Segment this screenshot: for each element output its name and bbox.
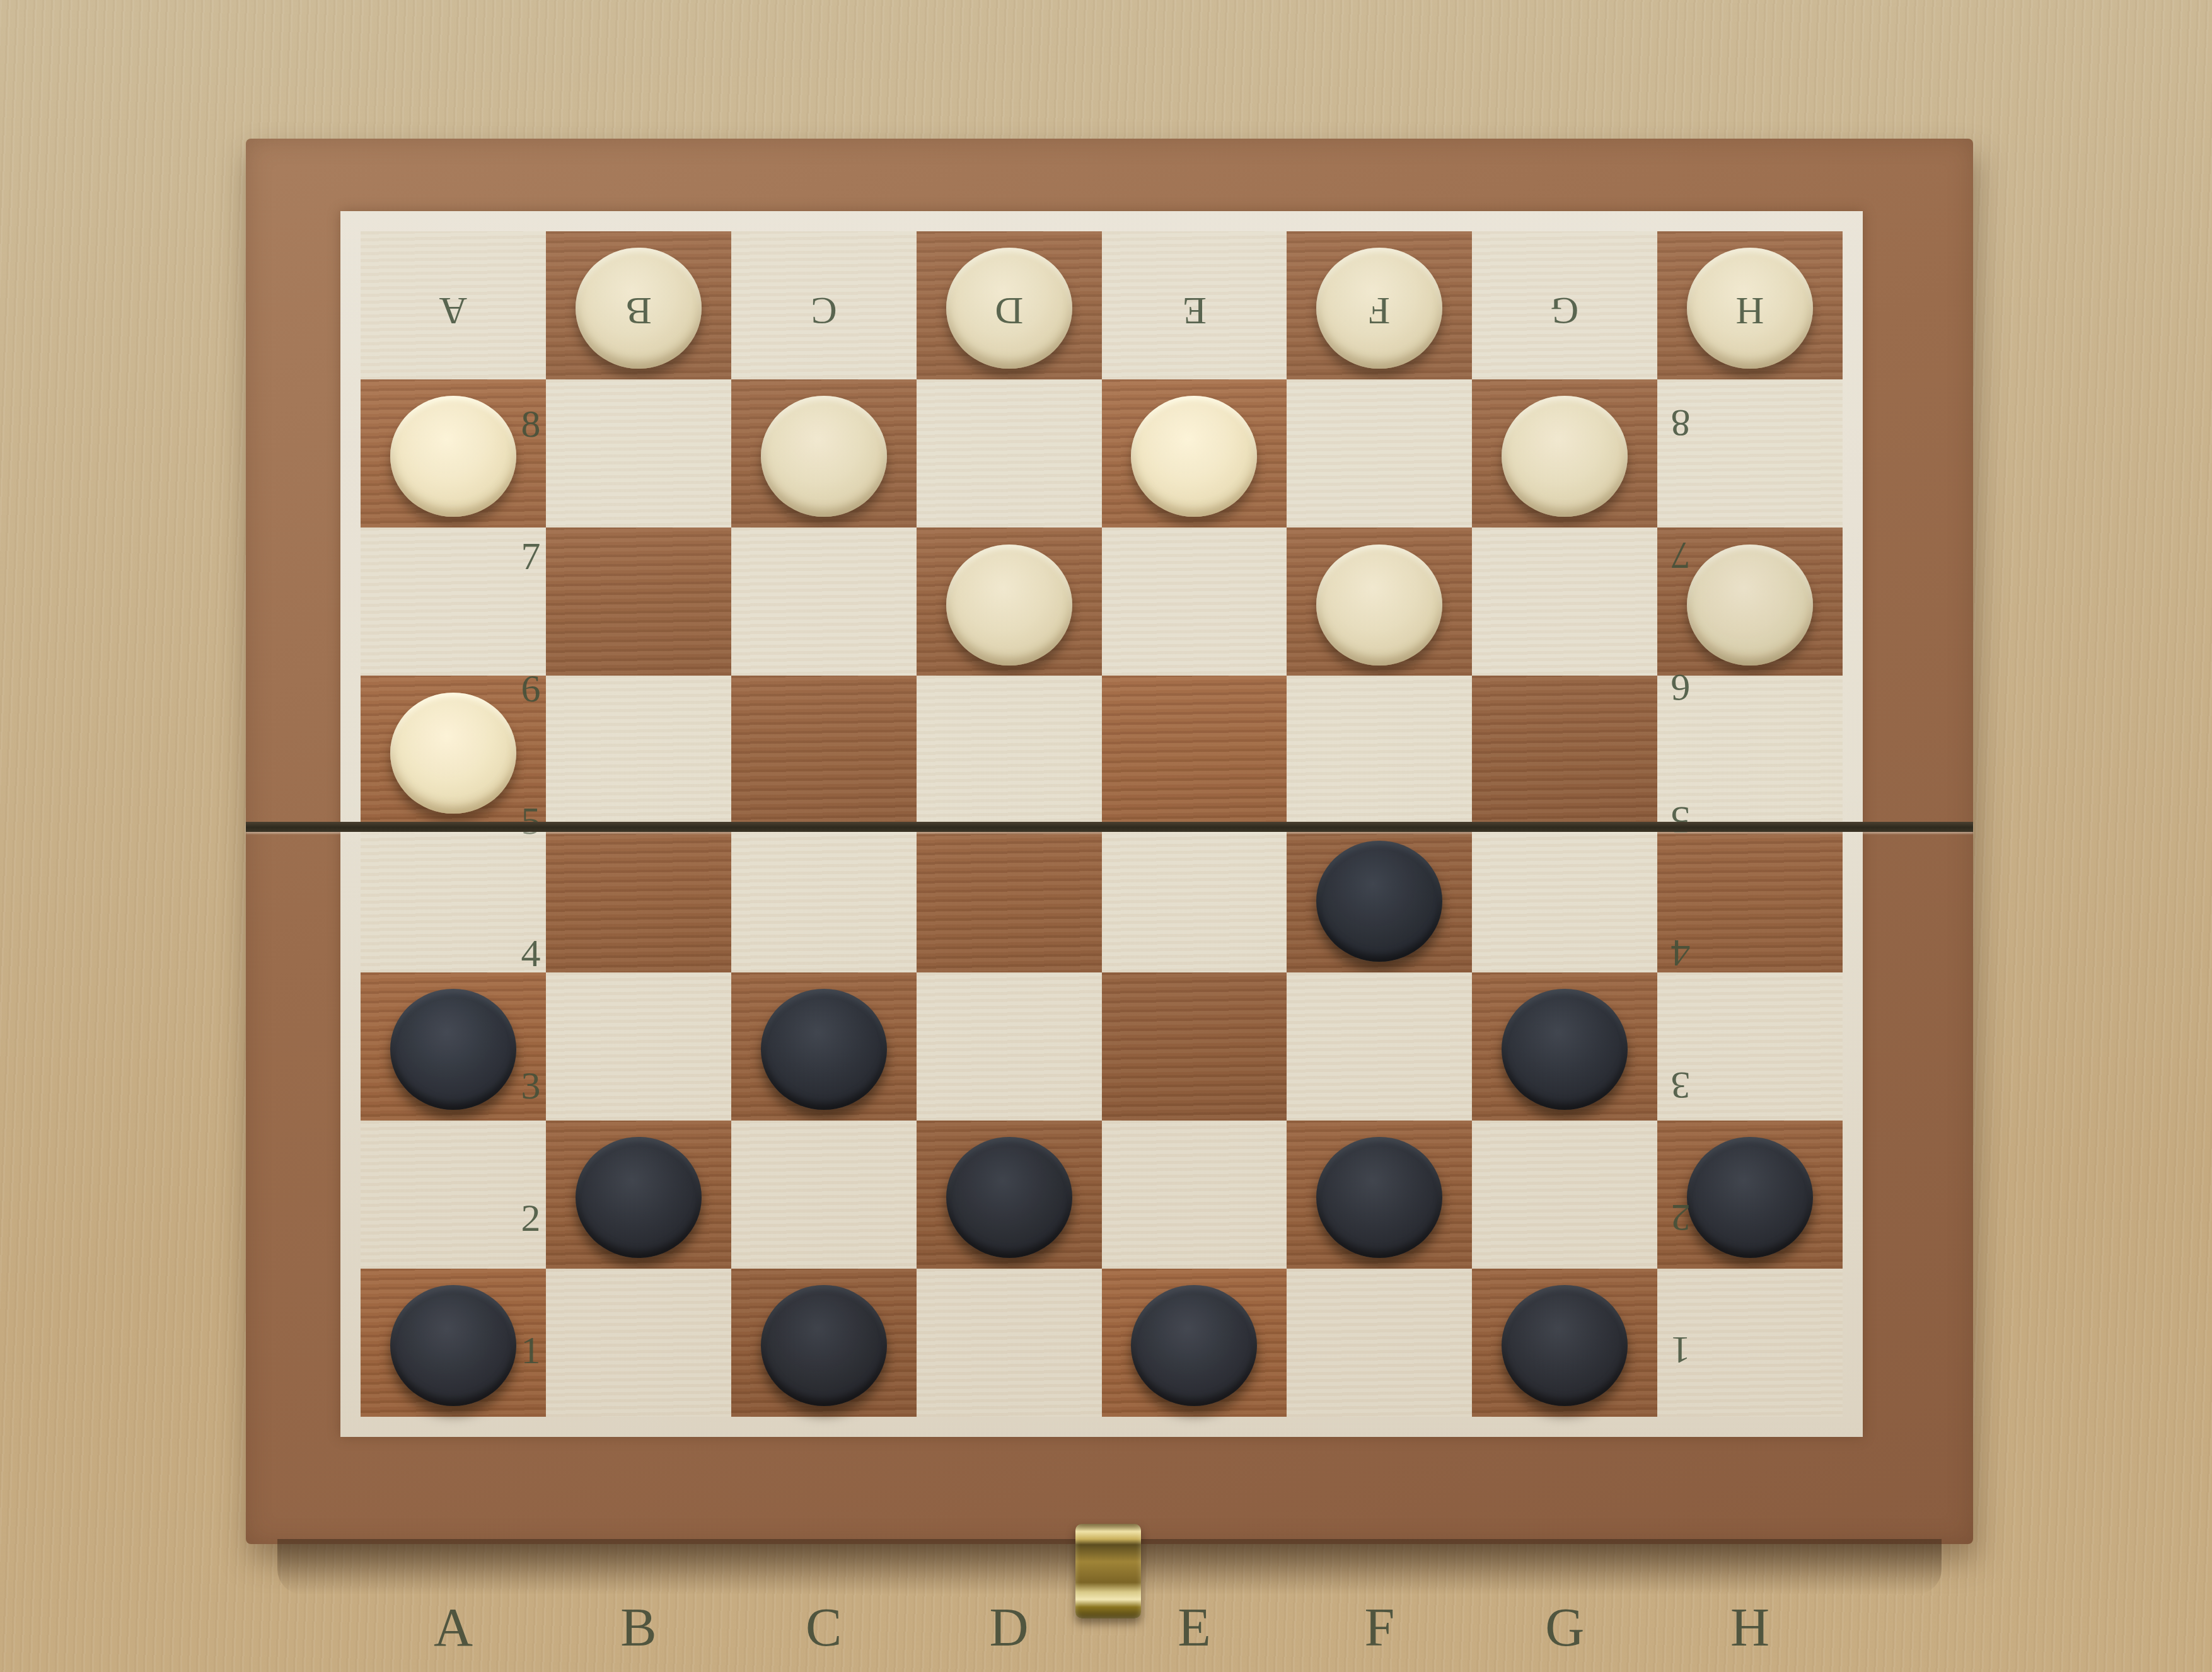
file-label-top-h: H bbox=[1657, 281, 1843, 342]
file-label-bottom-b: B bbox=[546, 1583, 731, 1671]
square-d4[interactable] bbox=[917, 824, 1102, 972]
square-f2[interactable] bbox=[1287, 1121, 1472, 1269]
square-c2[interactable] bbox=[731, 1121, 917, 1269]
checker-white-c7[interactable] bbox=[761, 396, 887, 517]
square-d3[interactable] bbox=[917, 972, 1102, 1121]
checker-white-d6[interactable] bbox=[946, 545, 1072, 666]
square-g6[interactable] bbox=[1472, 528, 1657, 676]
square-e3[interactable] bbox=[1102, 972, 1287, 1121]
rank-label-right-1: 1 bbox=[1647, 1284, 1715, 1417]
square-c7[interactable] bbox=[731, 379, 917, 528]
square-g7[interactable] bbox=[1472, 379, 1657, 528]
file-label-top-d: D bbox=[917, 281, 1102, 342]
checker-black-b2[interactable] bbox=[576, 1137, 702, 1258]
file-label-top-b: B bbox=[546, 281, 731, 342]
square-g4[interactable] bbox=[1472, 824, 1657, 972]
file-label-top-g: G bbox=[1472, 281, 1657, 342]
square-f5[interactable] bbox=[1287, 676, 1472, 824]
square-g2[interactable] bbox=[1472, 1121, 1657, 1269]
square-b3[interactable] bbox=[546, 972, 731, 1121]
square-g1[interactable] bbox=[1472, 1269, 1657, 1417]
brass-clasp bbox=[1075, 1524, 1141, 1618]
file-label-bottom-f: F bbox=[1287, 1583, 1472, 1671]
checker-black-g1[interactable] bbox=[1502, 1285, 1628, 1406]
square-f6[interactable] bbox=[1287, 528, 1472, 676]
file-label-top-a: A bbox=[361, 281, 546, 342]
square-g3[interactable] bbox=[1472, 972, 1657, 1121]
square-g5[interactable] bbox=[1472, 676, 1657, 824]
rank-label-left-3: 3 bbox=[497, 1020, 565, 1152]
square-e6[interactable] bbox=[1102, 528, 1287, 676]
hinge-fold-seam bbox=[246, 822, 1973, 832]
square-e5[interactable] bbox=[1102, 676, 1287, 824]
square-c4[interactable] bbox=[731, 824, 917, 972]
square-b7[interactable] bbox=[546, 379, 731, 528]
rank-label-right-5: 5 bbox=[1647, 754, 1715, 887]
square-e2[interactable] bbox=[1102, 1121, 1287, 1269]
square-b6[interactable] bbox=[546, 528, 731, 676]
rank-label-right-8: 8 bbox=[1647, 357, 1715, 490]
square-e1[interactable] bbox=[1102, 1269, 1287, 1417]
square-d7[interactable] bbox=[917, 379, 1102, 528]
checker-white-e7[interactable] bbox=[1131, 396, 1257, 517]
file-label-top-c: C bbox=[731, 281, 917, 342]
file-label-top-f: F bbox=[1287, 281, 1472, 342]
checker-black-f4[interactable] bbox=[1316, 841, 1442, 962]
square-d5[interactable] bbox=[917, 676, 1102, 824]
rank-label-right-6: 6 bbox=[1647, 622, 1715, 754]
square-e4[interactable] bbox=[1102, 824, 1287, 972]
file-labels-top: ABCDEFGH bbox=[361, 281, 1843, 342]
square-c1[interactable] bbox=[731, 1269, 917, 1417]
checker-black-c3[interactable] bbox=[761, 989, 887, 1110]
checker-black-e1[interactable] bbox=[1131, 1285, 1257, 1406]
square-d2[interactable] bbox=[917, 1121, 1102, 1269]
rank-label-left-1: 1 bbox=[497, 1284, 565, 1417]
rank-label-left-7: 7 bbox=[497, 490, 565, 622]
rank-label-left-8: 8 bbox=[497, 357, 565, 490]
rank-label-right-7: 7 bbox=[1647, 490, 1715, 622]
square-b1[interactable] bbox=[546, 1269, 731, 1417]
file-label-bottom-d: D bbox=[917, 1583, 1102, 1671]
checker-black-g3[interactable] bbox=[1502, 989, 1628, 1110]
rank-label-right-2: 2 bbox=[1647, 1152, 1715, 1284]
rank-labels-left: 87654321 bbox=[497, 357, 565, 1417]
rank-label-left-5: 5 bbox=[497, 754, 565, 887]
square-c3[interactable] bbox=[731, 972, 917, 1121]
rank-label-right-3: 3 bbox=[1647, 1020, 1715, 1152]
file-label-top-e: E bbox=[1102, 281, 1287, 342]
square-e7[interactable] bbox=[1102, 379, 1287, 528]
file-label-bottom-g: G bbox=[1472, 1583, 1657, 1671]
square-f7[interactable] bbox=[1287, 379, 1472, 528]
square-c5[interactable] bbox=[731, 676, 917, 824]
rank-label-left-2: 2 bbox=[497, 1152, 565, 1284]
square-c6[interactable] bbox=[731, 528, 917, 676]
checker-white-f6[interactable] bbox=[1316, 545, 1442, 666]
square-b4[interactable] bbox=[546, 824, 731, 972]
square-f4[interactable] bbox=[1287, 824, 1472, 972]
rank-label-right-4: 4 bbox=[1647, 887, 1715, 1020]
square-d6[interactable] bbox=[917, 528, 1102, 676]
checker-black-f2[interactable] bbox=[1316, 1137, 1442, 1258]
rank-labels-right: 87654321 bbox=[1647, 357, 1715, 1417]
file-label-bottom-a: A bbox=[361, 1583, 546, 1671]
square-b2[interactable] bbox=[546, 1121, 731, 1269]
rank-label-left-4: 4 bbox=[497, 887, 565, 1020]
checker-black-c1[interactable] bbox=[761, 1285, 887, 1406]
square-b5[interactable] bbox=[546, 676, 731, 824]
file-label-bottom-c: C bbox=[731, 1583, 917, 1671]
checkers-board: ABCDEFGH ABCDEFGH 87654321 87654321 bbox=[246, 139, 1973, 1544]
square-f1[interactable] bbox=[1287, 1269, 1472, 1417]
rank-label-left-6: 6 bbox=[497, 622, 565, 754]
file-label-bottom-h: H bbox=[1657, 1583, 1843, 1671]
square-d1[interactable] bbox=[917, 1269, 1102, 1417]
square-f3[interactable] bbox=[1287, 972, 1472, 1121]
checker-black-d2[interactable] bbox=[946, 1137, 1072, 1258]
checker-white-g7[interactable] bbox=[1502, 396, 1628, 517]
